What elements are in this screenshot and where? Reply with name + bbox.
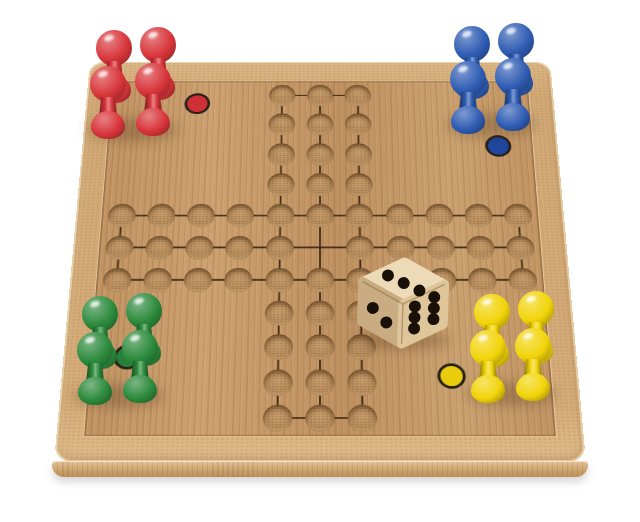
peg-head <box>498 23 534 59</box>
peg-base <box>496 103 530 131</box>
peg-green-3[interactable] <box>75 332 115 406</box>
peg-red-3[interactable] <box>88 66 128 140</box>
peg-base <box>91 111 125 139</box>
peg-base <box>123 375 157 403</box>
peg-head <box>454 26 490 62</box>
pieces-overlay <box>0 0 640 522</box>
peg-green-4[interactable] <box>120 330 160 404</box>
peg-base <box>471 375 505 403</box>
peg-head <box>450 61 486 97</box>
peg-base <box>451 106 485 134</box>
peg-red-4[interactable] <box>133 63 173 137</box>
peg-base <box>78 377 112 405</box>
peg-blue-4[interactable] <box>493 58 533 132</box>
peg-head <box>96 30 132 66</box>
peg-head <box>470 330 506 366</box>
peg-head <box>140 27 176 63</box>
peg-head <box>126 293 162 329</box>
peg-yellow-4[interactable] <box>513 328 553 402</box>
peg-head <box>90 66 126 102</box>
peg-head <box>77 332 113 368</box>
peg-base <box>516 373 550 401</box>
peg-blue-3[interactable] <box>448 61 488 135</box>
peg-head <box>495 58 531 94</box>
peg-yellow-3[interactable] <box>468 330 508 404</box>
peg-head <box>518 291 554 327</box>
peg-base <box>136 108 170 136</box>
die[interactable] <box>355 255 450 350</box>
peg-head <box>82 296 118 332</box>
peg-head <box>135 63 171 99</box>
peg-head <box>515 328 551 364</box>
peg-head <box>122 330 158 366</box>
peg-head <box>474 294 510 330</box>
